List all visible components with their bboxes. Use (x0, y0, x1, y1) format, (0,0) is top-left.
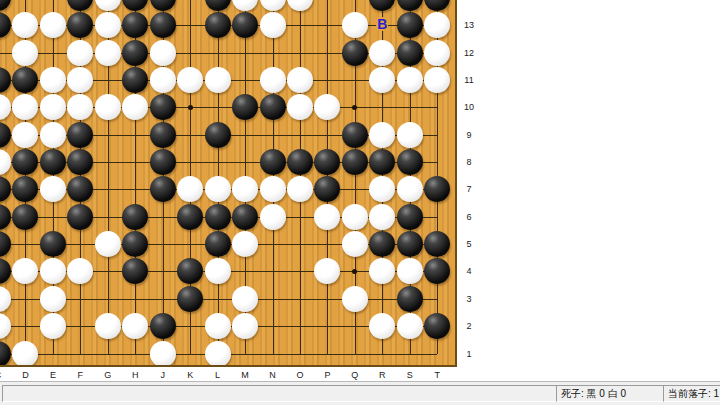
row-label-11: 11 (459, 75, 479, 85)
white-stone-S9 (397, 122, 423, 148)
black-stone-C9 (0, 122, 11, 148)
row-label-3: 3 (459, 294, 479, 304)
white-stone-N6 (260, 204, 286, 230)
black-stone-T7 (424, 176, 450, 202)
white-stone-E4 (40, 258, 66, 284)
row-label-5: 5 (459, 239, 479, 249)
row-label-6: 6 (459, 212, 479, 222)
white-stone-E13 (40, 12, 66, 38)
row-label-1: 1 (459, 349, 479, 359)
white-stone-P4 (314, 258, 340, 284)
black-stone-J14 (150, 0, 176, 11)
black-stone-D6 (12, 204, 38, 230)
black-stone-S6 (397, 204, 423, 230)
column-label-H: H (125, 370, 145, 380)
black-stone-Q12 (342, 40, 368, 66)
white-stone-K11 (177, 67, 203, 93)
white-stone-T12 (424, 40, 450, 66)
black-stone-O8 (287, 149, 313, 175)
white-stone-Q6 (342, 204, 368, 230)
white-stone-D9 (12, 122, 38, 148)
white-stone-E3 (40, 286, 66, 312)
row-label-12: 12 (459, 48, 479, 58)
row-label-9: 9 (459, 130, 479, 140)
white-stone-E2 (40, 313, 66, 339)
black-stone-H12 (122, 40, 148, 66)
row-label-2: 2 (459, 321, 479, 331)
black-stone-P7 (314, 176, 340, 202)
annotation-B: B (376, 17, 388, 31)
white-stone-G12 (95, 40, 121, 66)
column-label-N: N (263, 370, 283, 380)
white-stone-K7 (177, 176, 203, 202)
white-stone-S4 (397, 258, 423, 284)
black-stone-Q8 (342, 149, 368, 175)
white-stone-C2 (0, 313, 11, 339)
white-stone-D1 (12, 341, 38, 367)
column-label-E: E (43, 370, 63, 380)
row-label-13: 13 (459, 20, 479, 30)
white-stone-M5 (232, 231, 258, 257)
white-stone-F4 (67, 258, 93, 284)
black-stone-C14 (0, 0, 11, 11)
white-stone-G2 (95, 313, 121, 339)
black-stone-R8 (369, 149, 395, 175)
go-board[interactable]: B (0, 0, 457, 367)
black-stone-J10 (150, 94, 176, 120)
column-label-S: S (400, 370, 420, 380)
black-stone-S13 (397, 12, 423, 38)
black-stone-M13 (232, 12, 258, 38)
black-stone-T2 (424, 313, 450, 339)
white-stone-L1 (205, 341, 231, 367)
black-stone-C1 (0, 341, 11, 367)
white-stone-Q5 (342, 231, 368, 257)
black-stone-K3 (177, 286, 203, 312)
black-stone-R5 (369, 231, 395, 257)
white-stone-D10 (12, 94, 38, 120)
white-stone-J12 (150, 40, 176, 66)
status-panel-current-move: 当前落子: 1 ( (663, 385, 720, 402)
black-stone-K6 (177, 204, 203, 230)
white-stone-L11 (205, 67, 231, 93)
black-stone-Q9 (342, 122, 368, 148)
white-stone-S7 (397, 176, 423, 202)
black-stone-D7 (12, 176, 38, 202)
white-stone-G5 (95, 231, 121, 257)
row-label-8: 8 (459, 157, 479, 167)
white-stone-M2 (232, 313, 258, 339)
column-label-R: R (372, 370, 392, 380)
column-label-D: D (15, 370, 35, 380)
status-bar: 死子: 黑 0 白 0 当前落子: 1 ( (0, 381, 720, 405)
row-label-7: 7 (459, 184, 479, 194)
white-stone-D12 (12, 40, 38, 66)
dead-stones-text: 死子: 黑 0 白 0 (561, 388, 626, 399)
black-stone-J2 (150, 313, 176, 339)
white-stone-O10 (287, 94, 313, 120)
black-stone-C7 (0, 176, 11, 202)
white-stone-J1 (150, 341, 176, 367)
white-stone-G14 (95, 0, 121, 11)
column-label-J: J (153, 370, 173, 380)
black-stone-J9 (150, 122, 176, 148)
white-stone-E7 (40, 176, 66, 202)
column-label-T: T (427, 370, 447, 380)
black-stone-D11 (12, 67, 38, 93)
white-stone-S11 (397, 67, 423, 93)
column-label-P: P (317, 370, 337, 380)
white-stone-F12 (67, 40, 93, 66)
star-point-Q4 (352, 269, 357, 274)
black-stone-H4 (122, 258, 148, 284)
column-label-M: M (235, 370, 255, 380)
black-stone-C11 (0, 67, 11, 93)
column-label-F: F (70, 370, 90, 380)
black-stone-C5 (0, 231, 11, 257)
black-stone-M6 (232, 204, 258, 230)
black-stone-N8 (260, 149, 286, 175)
white-stone-T11 (424, 67, 450, 93)
column-label-Q: Q (345, 370, 365, 380)
black-stone-T14 (424, 0, 450, 11)
white-stone-P10 (314, 94, 340, 120)
black-stone-H11 (122, 67, 148, 93)
white-stone-F11 (67, 67, 93, 93)
black-stone-J13 (150, 12, 176, 38)
black-stone-R14 (369, 0, 395, 11)
white-stone-O11 (287, 67, 313, 93)
black-stone-E5 (40, 231, 66, 257)
white-stone-G13 (95, 12, 121, 38)
white-stone-N14 (260, 0, 286, 11)
black-stone-H13 (122, 12, 148, 38)
black-stone-F14 (67, 0, 93, 11)
white-stone-R2 (369, 313, 395, 339)
row-label-10: 10 (459, 102, 479, 112)
row-label-4: 4 (459, 266, 479, 276)
black-stone-F7 (67, 176, 93, 202)
white-stone-E9 (40, 122, 66, 148)
white-stone-M14 (232, 0, 258, 11)
white-stone-R4 (369, 258, 395, 284)
white-stone-J11 (150, 67, 176, 93)
black-stone-L14 (205, 0, 231, 11)
white-stone-N11 (260, 67, 286, 93)
white-stone-F10 (67, 94, 93, 120)
white-stone-O14 (287, 0, 313, 11)
black-stone-L9 (205, 122, 231, 148)
white-stone-E11 (40, 67, 66, 93)
white-stone-O7 (287, 176, 313, 202)
black-stone-H5 (122, 231, 148, 257)
white-stone-Q13 (342, 12, 368, 38)
black-stone-S8 (397, 149, 423, 175)
column-label-K: K (180, 370, 200, 380)
black-stone-M10 (232, 94, 258, 120)
black-stone-F8 (67, 149, 93, 175)
white-stone-R9 (369, 122, 395, 148)
status-panel-main (2, 385, 557, 402)
white-stone-G10 (95, 94, 121, 120)
black-stone-T5 (424, 231, 450, 257)
white-stone-R12 (369, 40, 395, 66)
white-stone-C3 (0, 286, 11, 312)
white-stone-E10 (40, 94, 66, 120)
white-stone-H10 (122, 94, 148, 120)
white-stone-H2 (122, 313, 148, 339)
current-move-text: 当前落子: 1 ( (668, 388, 720, 399)
black-stone-L6 (205, 204, 231, 230)
black-stone-S14 (397, 0, 423, 11)
star-point-K10 (188, 105, 193, 110)
black-stone-P8 (314, 149, 340, 175)
white-stone-L2 (205, 313, 231, 339)
white-stone-D4 (12, 258, 38, 284)
white-stone-M3 (232, 286, 258, 312)
white-stone-C8 (0, 149, 11, 175)
black-stone-L13 (205, 12, 231, 38)
column-label-C: C (0, 370, 8, 380)
black-stone-T4 (424, 258, 450, 284)
white-stone-T13 (424, 12, 450, 38)
black-stone-C4 (0, 258, 11, 284)
star-point-Q10 (352, 105, 357, 110)
app-window: B CDEFGHJKLMNOPQRST 13121110987654321 死子… (0, 0, 720, 405)
white-stone-N13 (260, 12, 286, 38)
black-stone-S3 (397, 286, 423, 312)
black-stone-H6 (122, 204, 148, 230)
white-stone-M7 (232, 176, 258, 202)
black-stone-L5 (205, 231, 231, 257)
status-panel-dead-stones: 死子: 黑 0 白 0 (556, 385, 664, 402)
column-label-O: O (290, 370, 310, 380)
white-stone-P6 (314, 204, 340, 230)
white-stone-R7 (369, 176, 395, 202)
white-stone-N7 (260, 176, 286, 202)
black-stone-C6 (0, 204, 11, 230)
black-stone-D8 (12, 149, 38, 175)
black-stone-C13 (0, 12, 11, 38)
white-stone-D13 (12, 12, 38, 38)
black-stone-S5 (397, 231, 423, 257)
black-stone-K4 (177, 258, 203, 284)
white-stone-L4 (205, 258, 231, 284)
white-stone-L7 (205, 176, 231, 202)
black-stone-E8 (40, 149, 66, 175)
white-stone-R6 (369, 204, 395, 230)
white-stone-Q3 (342, 286, 368, 312)
column-label-L: L (208, 370, 228, 380)
white-stone-S2 (397, 313, 423, 339)
black-stone-J7 (150, 176, 176, 202)
black-stone-H14 (122, 0, 148, 11)
black-stone-S12 (397, 40, 423, 66)
black-stone-N10 (260, 94, 286, 120)
black-stone-F9 (67, 122, 93, 148)
white-stone-C10 (0, 94, 11, 120)
black-stone-J8 (150, 149, 176, 175)
column-label-G: G (98, 370, 118, 380)
white-stone-R11 (369, 67, 395, 93)
black-stone-F6 (67, 204, 93, 230)
black-stone-F13 (67, 12, 93, 38)
